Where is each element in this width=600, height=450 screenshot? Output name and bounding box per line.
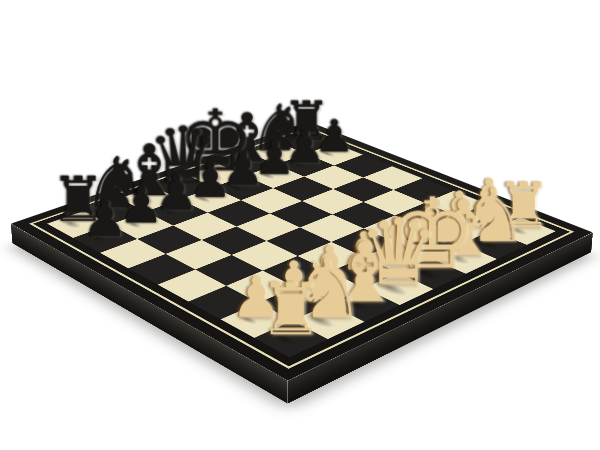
chessboard[interactable]: ♜♟♟♜♞♟♟♞♝♟♟♝♚♟♟♚♛♟♟♛♝♟♟♝♞♟♟♞♜♟♟♜ — [11, 121, 593, 380]
scene: ♜♟♟♜♞♟♟♞♝♟♟♝♚♟♟♚♛♟♟♛♝♟♟♝♞♟♟♞♜♟♟♜ — [0, 0, 600, 450]
piece-white-rook-a1[interactable]: ♜ — [259, 274, 323, 346]
piece-black-pawn-a7[interactable]: ♟ — [82, 193, 128, 244]
